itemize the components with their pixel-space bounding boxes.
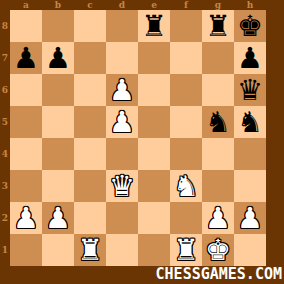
square-a4[interactable]: [10, 138, 42, 170]
square-f7[interactable]: [170, 42, 202, 74]
square-f2[interactable]: [170, 202, 202, 234]
square-a7[interactable]: ♟: [10, 42, 42, 74]
square-b5[interactable]: [42, 106, 74, 138]
piece-white-pawn[interactable]: ♟: [13, 202, 39, 234]
file-labels: abcdefgh: [10, 0, 266, 10]
square-a8[interactable]: [10, 10, 42, 42]
square-e2[interactable]: [138, 202, 170, 234]
square-b2[interactable]: ♟: [42, 202, 74, 234]
square-c2[interactable]: [74, 202, 106, 234]
square-d6[interactable]: ♟: [106, 74, 138, 106]
chess-board: ♜♜♚♟♟♟♟♛♟♞♞♛♞♟♟♟♟♜♜♚: [10, 10, 266, 266]
square-b6[interactable]: [42, 74, 74, 106]
square-h4[interactable]: [234, 138, 266, 170]
square-h8[interactable]: ♚: [234, 10, 266, 42]
square-d2[interactable]: [106, 202, 138, 234]
piece-black-pawn[interactable]: ♟: [237, 42, 263, 74]
square-e5[interactable]: [138, 106, 170, 138]
rank-label-2: 2: [0, 202, 10, 234]
rank-label-5: 5: [0, 106, 10, 138]
square-g3[interactable]: [202, 170, 234, 202]
rank-label-7: 7: [0, 42, 10, 74]
piece-black-pawn[interactable]: ♟: [13, 42, 39, 74]
piece-black-rook[interactable]: ♜: [205, 10, 231, 42]
site-credit: CHESSGAMES.COM: [156, 265, 282, 283]
square-a6[interactable]: [10, 74, 42, 106]
square-d7[interactable]: [106, 42, 138, 74]
square-f5[interactable]: [170, 106, 202, 138]
piece-white-rook[interactable]: ♜: [77, 234, 103, 266]
square-a3[interactable]: [10, 170, 42, 202]
square-h1[interactable]: [234, 234, 266, 266]
chess-diagram: abcdefgh 87654321 ♜♜♚♟♟♟♟♛♟♞♞♛♞♟♟♟♟♜♜♚ C…: [0, 0, 284, 284]
square-c8[interactable]: [74, 10, 106, 42]
square-d1[interactable]: [106, 234, 138, 266]
square-e3[interactable]: [138, 170, 170, 202]
piece-black-king[interactable]: ♚: [237, 10, 263, 42]
square-h5[interactable]: ♞: [234, 106, 266, 138]
square-c1[interactable]: ♜: [74, 234, 106, 266]
piece-white-rook[interactable]: ♜: [173, 234, 199, 266]
square-f4[interactable]: [170, 138, 202, 170]
square-e8[interactable]: ♜: [138, 10, 170, 42]
square-b4[interactable]: [42, 138, 74, 170]
square-h2[interactable]: ♟: [234, 202, 266, 234]
rank-label-3: 3: [0, 170, 10, 202]
piece-black-pawn[interactable]: ♟: [45, 42, 71, 74]
square-e7[interactable]: [138, 42, 170, 74]
square-g1[interactable]: ♚: [202, 234, 234, 266]
square-b1[interactable]: [42, 234, 74, 266]
square-g6[interactable]: [202, 74, 234, 106]
square-f1[interactable]: ♜: [170, 234, 202, 266]
square-a2[interactable]: ♟: [10, 202, 42, 234]
piece-black-rook[interactable]: ♜: [141, 10, 167, 42]
rank-label-8: 8: [0, 10, 10, 42]
piece-white-pawn[interactable]: ♟: [109, 106, 135, 138]
square-e4[interactable]: [138, 138, 170, 170]
square-g8[interactable]: ♜: [202, 10, 234, 42]
square-g5[interactable]: ♞: [202, 106, 234, 138]
piece-white-knight[interactable]: ♞: [173, 170, 199, 202]
piece-black-knight[interactable]: ♞: [205, 106, 231, 138]
piece-white-pawn[interactable]: ♟: [205, 202, 231, 234]
square-f3[interactable]: ♞: [170, 170, 202, 202]
square-f6[interactable]: [170, 74, 202, 106]
square-g7[interactable]: [202, 42, 234, 74]
rank-labels: 87654321: [0, 10, 10, 266]
square-c5[interactable]: [74, 106, 106, 138]
square-g2[interactable]: ♟: [202, 202, 234, 234]
square-b7[interactable]: ♟: [42, 42, 74, 74]
square-b8[interactable]: [42, 10, 74, 42]
square-c7[interactable]: [74, 42, 106, 74]
square-c4[interactable]: [74, 138, 106, 170]
piece-white-pawn[interactable]: ♟: [237, 202, 263, 234]
square-a1[interactable]: [10, 234, 42, 266]
rank-label-4: 4: [0, 138, 10, 170]
square-f8[interactable]: [170, 10, 202, 42]
square-d5[interactable]: ♟: [106, 106, 138, 138]
piece-white-pawn[interactable]: ♟: [109, 74, 135, 106]
square-d8[interactable]: [106, 10, 138, 42]
square-d4[interactable]: [106, 138, 138, 170]
piece-black-queen[interactable]: ♛: [237, 74, 263, 106]
piece-black-knight[interactable]: ♞: [237, 106, 263, 138]
rank-label-1: 1: [0, 234, 10, 266]
square-g4[interactable]: [202, 138, 234, 170]
rank-label-6: 6: [0, 74, 10, 106]
square-h3[interactable]: [234, 170, 266, 202]
square-h6[interactable]: ♛: [234, 74, 266, 106]
square-d3[interactable]: ♛: [106, 170, 138, 202]
square-h7[interactable]: ♟: [234, 42, 266, 74]
piece-white-queen[interactable]: ♛: [109, 170, 135, 202]
square-e1[interactable]: [138, 234, 170, 266]
square-b3[interactable]: [42, 170, 74, 202]
square-c3[interactable]: [74, 170, 106, 202]
square-c6[interactable]: [74, 74, 106, 106]
square-a5[interactable]: [10, 106, 42, 138]
piece-white-king[interactable]: ♚: [205, 234, 231, 266]
piece-white-pawn[interactable]: ♟: [45, 202, 71, 234]
square-e6[interactable]: [138, 74, 170, 106]
